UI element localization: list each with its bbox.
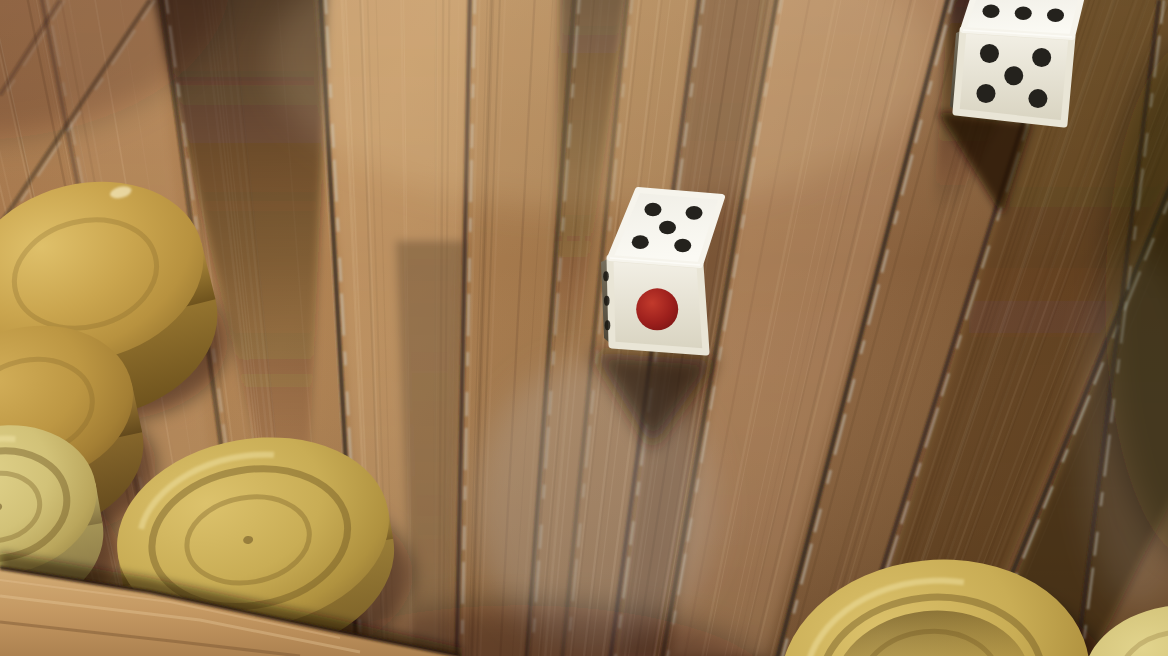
die-pip <box>1032 48 1051 67</box>
die-pip <box>976 84 995 103</box>
die-pip <box>674 239 691 253</box>
die-pip <box>980 44 999 63</box>
die-pip <box>1015 6 1032 20</box>
backgammon-board <box>0 0 1168 656</box>
die-pip <box>659 221 676 235</box>
die-pip <box>983 5 1000 19</box>
die-pip <box>1047 8 1064 22</box>
die-pip <box>1028 89 1047 108</box>
backgammon-photo <box>0 0 1168 656</box>
die-pip <box>632 235 649 249</box>
die-pip <box>604 296 610 306</box>
die-pip <box>605 320 611 330</box>
die-pip <box>686 206 703 220</box>
die-pip <box>644 203 661 217</box>
die-pip <box>603 271 609 281</box>
die-pip <box>636 288 678 330</box>
die-pip <box>1004 66 1023 85</box>
die-top-right[interactable] <box>950 0 1082 124</box>
